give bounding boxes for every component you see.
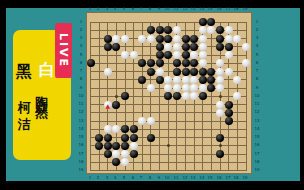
white-stone xyxy=(138,117,146,125)
white-stone xyxy=(190,76,198,84)
star-point xyxy=(167,144,170,147)
white-stone xyxy=(182,92,190,100)
grid-line xyxy=(211,22,212,172)
coord-label: 10 xyxy=(164,175,170,180)
coord-label: 18 xyxy=(233,6,239,11)
white-stone xyxy=(173,84,181,92)
coord-label: 1 xyxy=(78,18,84,23)
black-stone xyxy=(147,59,155,67)
black-stone xyxy=(190,68,198,76)
white-stone xyxy=(199,43,207,51)
black-stone xyxy=(130,150,138,158)
black-stone xyxy=(182,59,190,67)
black-stone xyxy=(173,59,181,67)
coord-label: 3 xyxy=(254,35,260,40)
coord-label: 6 xyxy=(254,59,260,64)
black-stone xyxy=(225,101,233,109)
coord-label: 2 xyxy=(95,175,101,180)
star-point xyxy=(219,144,222,147)
coord-label: 4 xyxy=(254,43,260,48)
coord-label: 18 xyxy=(233,175,239,180)
black-stone xyxy=(199,76,207,84)
white-stone xyxy=(130,51,138,59)
white-stone xyxy=(112,35,120,43)
white-stone xyxy=(147,35,155,43)
white-stone xyxy=(199,84,207,92)
white-stone xyxy=(225,35,233,43)
black-stone xyxy=(121,125,129,133)
white-stone xyxy=(164,76,172,84)
coord-label: 13 xyxy=(190,6,196,11)
coord-label: 7 xyxy=(138,6,144,11)
coord-label: 5 xyxy=(121,6,127,11)
black-stone xyxy=(104,134,112,142)
white-stone xyxy=(104,125,112,133)
coord-label: 7 xyxy=(78,68,84,73)
white-stone xyxy=(121,51,129,59)
black-stone xyxy=(199,18,207,26)
coord-label: 18 xyxy=(254,158,260,163)
black-stone xyxy=(199,92,207,100)
coord-label: 17 xyxy=(78,150,84,155)
white-stone xyxy=(216,84,224,92)
black-stone xyxy=(216,150,224,158)
black-stone xyxy=(182,68,190,76)
coord-label: 18 xyxy=(78,158,84,163)
coord-label: 10 xyxy=(78,92,84,97)
white-stone xyxy=(190,92,198,100)
black-player-name: 柯洁 xyxy=(15,89,33,123)
white-stone xyxy=(104,68,112,76)
black-stone xyxy=(225,43,233,51)
black-stone xyxy=(104,142,112,150)
coord-label: 8 xyxy=(254,76,260,81)
black-stone xyxy=(112,101,120,109)
black-stone xyxy=(156,43,164,51)
white-stone xyxy=(216,109,224,117)
coord-label: 17 xyxy=(254,150,260,155)
white-stone xyxy=(216,76,224,84)
black-stone xyxy=(121,92,129,100)
coord-label: 12 xyxy=(181,175,187,180)
black-stone xyxy=(225,109,233,117)
black-stone xyxy=(207,76,215,84)
white-player-label: 白 xyxy=(39,62,55,78)
white-stone xyxy=(164,84,172,92)
coord-label: 13 xyxy=(78,117,84,122)
black-stone xyxy=(164,51,172,59)
black-stone xyxy=(87,59,95,67)
coord-label: 3 xyxy=(104,6,110,11)
coord-label: 15 xyxy=(254,134,260,139)
coord-label: 10 xyxy=(254,92,260,97)
black-stone xyxy=(156,51,164,59)
star-point xyxy=(219,95,222,98)
coord-label: 9 xyxy=(155,6,161,11)
letterbox-bottom xyxy=(0,181,304,190)
white-stone xyxy=(173,43,181,51)
coord-label: 10 xyxy=(164,6,170,11)
black-stone xyxy=(199,68,207,76)
coord-label: 16 xyxy=(216,175,222,180)
coord-label: 9 xyxy=(254,84,260,89)
white-player-name: 陶欣然 xyxy=(32,86,50,101)
black-stone xyxy=(130,125,138,133)
white-stone xyxy=(225,68,233,76)
coord-label: 12 xyxy=(181,6,187,11)
white-stone xyxy=(242,43,250,51)
white-stone xyxy=(207,26,215,34)
grid-line xyxy=(90,170,247,171)
black-stone xyxy=(182,35,190,43)
white-stone xyxy=(216,68,224,76)
black-stone xyxy=(112,142,120,150)
white-stone xyxy=(233,92,241,100)
coord-label: 8 xyxy=(147,175,153,180)
black-player-label: 黑 xyxy=(16,64,32,80)
white-stone xyxy=(138,35,146,43)
white-stone xyxy=(121,150,129,158)
coord-label: 14 xyxy=(199,175,205,180)
coord-label: 2 xyxy=(254,26,260,31)
white-stone xyxy=(182,76,190,84)
black-stone xyxy=(147,134,155,142)
coord-label: 19 xyxy=(78,167,84,172)
white-stone xyxy=(112,125,120,133)
coord-label: 15 xyxy=(207,6,213,11)
white-stone xyxy=(121,35,129,43)
black-stone xyxy=(173,68,181,76)
coord-label: 1 xyxy=(254,18,260,23)
black-stone xyxy=(216,134,224,142)
coord-label: 4 xyxy=(112,175,118,180)
black-stone xyxy=(225,117,233,125)
coord-label: 8 xyxy=(147,6,153,11)
go-board[interactable]: ▲ xyxy=(86,12,252,174)
coord-label: 16 xyxy=(216,6,222,11)
coord-label: 14 xyxy=(254,125,260,130)
black-stone xyxy=(216,35,224,43)
black-stone xyxy=(216,26,224,34)
white-stone xyxy=(199,59,207,67)
white-stone xyxy=(156,68,164,76)
white-stone xyxy=(130,142,138,150)
coord-label: 5 xyxy=(121,175,127,180)
white-stone xyxy=(121,158,129,166)
coord-label: 12 xyxy=(78,109,84,114)
black-stone xyxy=(216,43,224,51)
black-stone xyxy=(138,59,146,67)
coord-label: 16 xyxy=(254,142,260,147)
black-stone xyxy=(207,84,215,92)
black-stone xyxy=(190,43,198,51)
coord-label: 6 xyxy=(129,6,135,11)
coord-label: 3 xyxy=(78,35,84,40)
coord-label: 4 xyxy=(112,6,118,11)
black-stone xyxy=(207,18,215,26)
live-badge: LIVE xyxy=(55,23,72,78)
black-stone xyxy=(164,92,172,100)
white-stone xyxy=(242,59,250,67)
white-stone xyxy=(199,26,207,34)
coord-label: 15 xyxy=(78,134,84,139)
black-stone xyxy=(182,43,190,51)
coord-label: 7 xyxy=(138,175,144,180)
coord-label: 19 xyxy=(254,167,260,172)
coord-label: 15 xyxy=(207,175,213,180)
white-stone xyxy=(199,35,207,43)
white-stone xyxy=(173,76,181,84)
black-stone xyxy=(147,68,155,76)
star-point xyxy=(115,95,118,98)
coord-label: 1 xyxy=(86,6,92,11)
white-stone xyxy=(147,84,155,92)
white-stone xyxy=(216,59,224,67)
black-stone xyxy=(156,76,164,84)
black-stone xyxy=(112,43,120,51)
black-stone xyxy=(95,134,103,142)
white-stone xyxy=(173,26,181,34)
white-stone xyxy=(190,51,198,59)
coord-label: 19 xyxy=(242,175,248,180)
white-stone xyxy=(173,35,181,43)
white-stone xyxy=(233,35,241,43)
coord-label: 3 xyxy=(104,175,110,180)
black-stone xyxy=(156,59,164,67)
black-stone xyxy=(156,26,164,34)
black-stone xyxy=(207,68,215,76)
grid-line xyxy=(90,121,247,122)
black-stone xyxy=(164,35,172,43)
white-stone xyxy=(225,51,233,59)
coord-label: 16 xyxy=(78,142,84,147)
coord-label: 9 xyxy=(155,175,161,180)
black-stone xyxy=(190,35,198,43)
coord-label: 12 xyxy=(254,109,260,114)
black-stone xyxy=(182,51,190,59)
white-stone xyxy=(233,76,241,84)
coord-label: 13 xyxy=(254,117,260,122)
coord-label: 5 xyxy=(254,51,260,56)
black-stone xyxy=(147,26,155,34)
coord-label: 7 xyxy=(254,68,260,73)
coord-label: 11 xyxy=(254,101,260,106)
white-stone xyxy=(112,150,120,158)
coord-label: 11 xyxy=(173,6,179,11)
coord-label: 4 xyxy=(78,43,84,48)
coord-label: 17 xyxy=(225,175,231,180)
coord-label: 6 xyxy=(129,175,135,180)
black-stone xyxy=(190,59,198,67)
letterbox-left xyxy=(0,0,6,190)
white-stone xyxy=(216,101,224,109)
coord-label: 11 xyxy=(173,175,179,180)
coord-label: 14 xyxy=(78,125,84,130)
white-stone xyxy=(104,101,112,109)
white-stone xyxy=(190,84,198,92)
coord-label: 13 xyxy=(190,175,196,180)
coord-label: 8 xyxy=(78,76,84,81)
black-stone xyxy=(130,134,138,142)
coord-label: 11 xyxy=(78,101,84,106)
black-stone xyxy=(104,150,112,158)
coord-label: 2 xyxy=(78,26,84,31)
black-stone xyxy=(138,76,146,84)
coord-label: 1 xyxy=(86,175,92,180)
coord-label: 6 xyxy=(78,59,84,64)
black-stone xyxy=(156,35,164,43)
black-stone xyxy=(112,158,120,166)
black-stone xyxy=(95,142,103,150)
coord-label: 5 xyxy=(78,51,84,56)
white-stone xyxy=(147,117,155,125)
coord-label: 17 xyxy=(225,6,231,11)
white-stone xyxy=(225,26,233,34)
app-window: LIVE 黑 白 柯洁 陶欣然 ▲ 1111222233334444555566… xyxy=(0,0,304,190)
white-stone xyxy=(164,43,172,51)
letterbox-right xyxy=(300,0,304,190)
black-stone xyxy=(121,134,129,142)
black-stone xyxy=(104,35,112,43)
white-stone xyxy=(182,84,190,92)
coord-label: 9 xyxy=(78,84,84,89)
black-stone xyxy=(173,92,181,100)
white-stone xyxy=(199,51,207,59)
coord-label: 2 xyxy=(95,6,101,11)
black-stone xyxy=(104,43,112,51)
coord-label: 14 xyxy=(199,6,205,11)
black-stone xyxy=(164,26,172,34)
black-stone xyxy=(121,142,129,150)
coord-label: 19 xyxy=(242,6,248,11)
white-stone xyxy=(173,51,181,59)
